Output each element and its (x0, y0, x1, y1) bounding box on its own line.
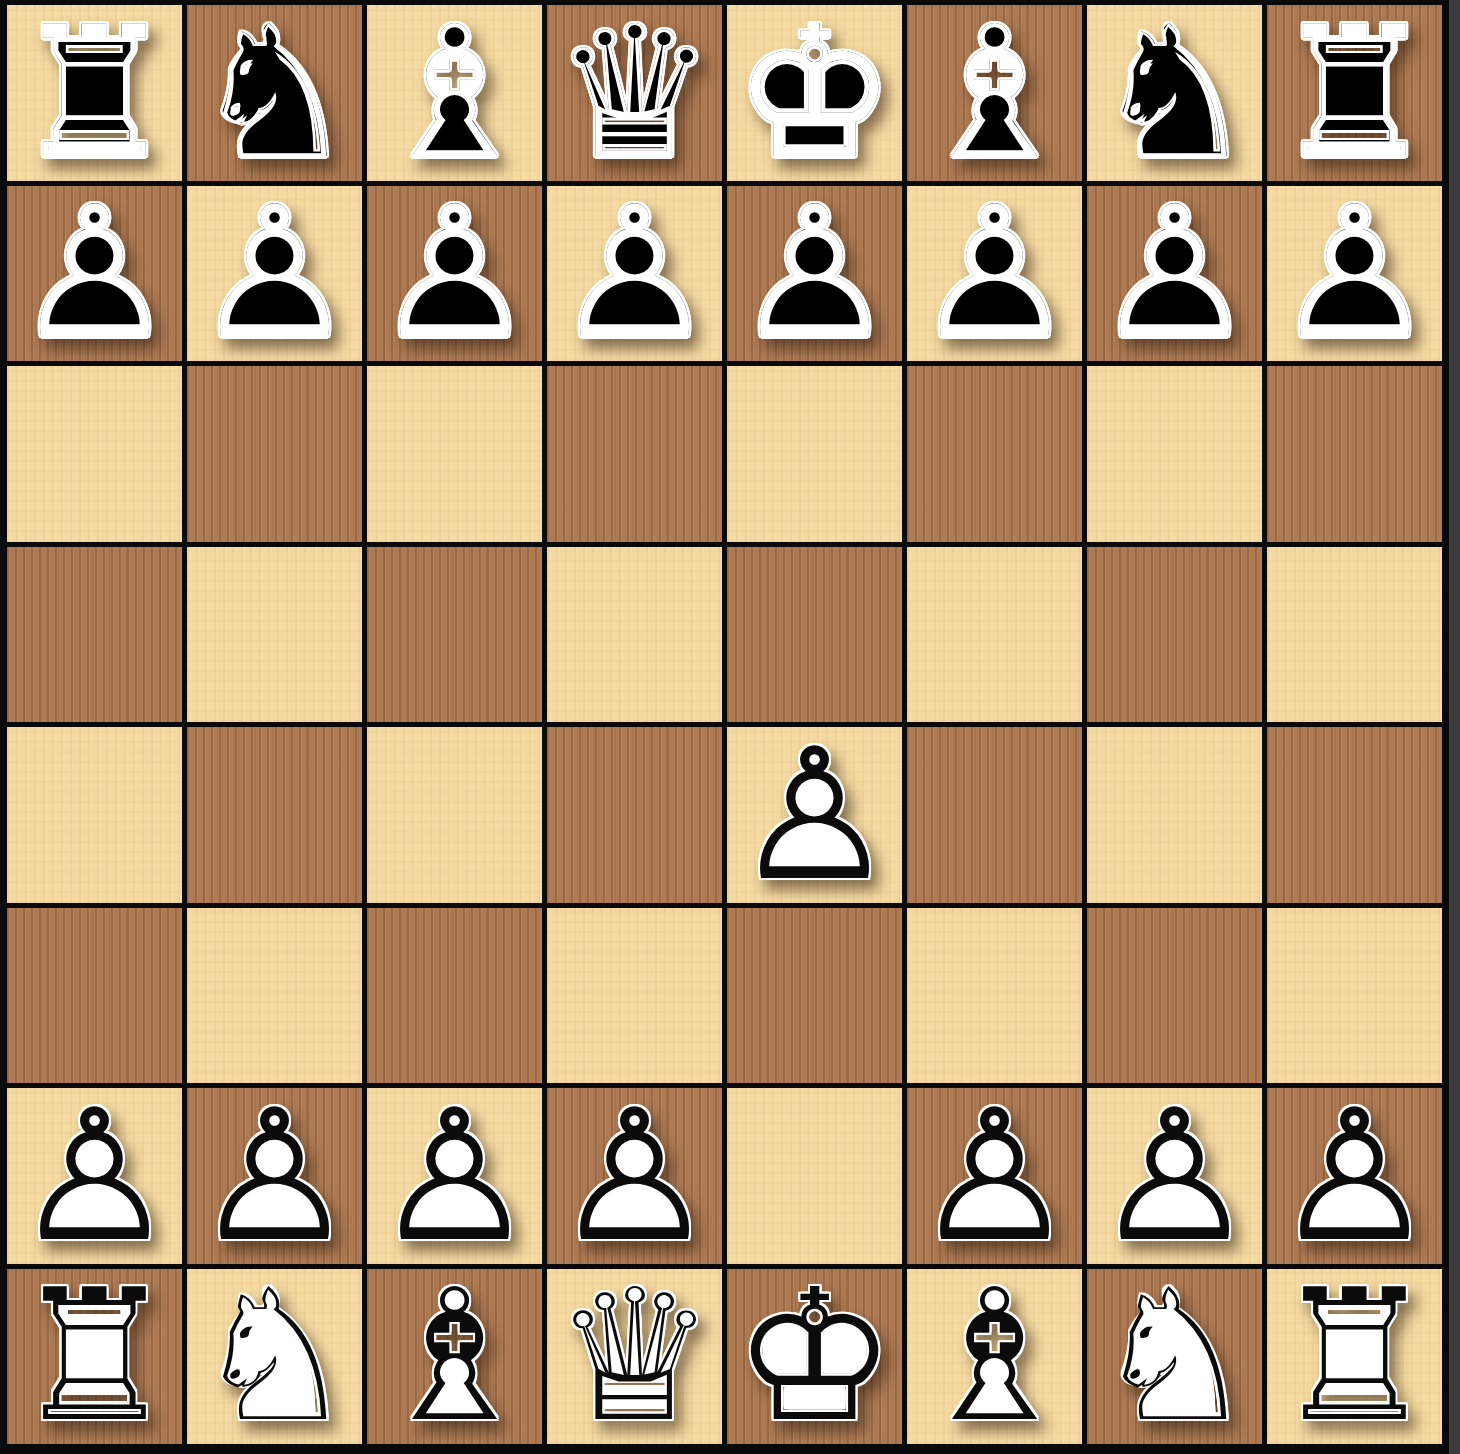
black-pawn[interactable]: ♟♙ (1267, 186, 1442, 362)
piece-outline-glyph: ♙ (547, 186, 722, 362)
black-queen[interactable]: ♛♕ (547, 5, 722, 181)
piece-outline-glyph: ♙ (7, 1088, 182, 1264)
square-f6[interactable] (907, 366, 1082, 542)
black-pawn[interactable]: ♟♙ (907, 186, 1082, 362)
square-d4[interactable] (547, 727, 722, 903)
piece-outline-glyph: ♔ (727, 5, 902, 181)
square-a6[interactable] (7, 366, 182, 542)
black-knight[interactable]: ♞♘ (1087, 5, 1262, 181)
square-c5[interactable] (367, 547, 542, 723)
black-knight[interactable]: ♞♘ (187, 5, 362, 181)
square-c6[interactable] (367, 366, 542, 542)
white-king[interactable]: ♚♔ (727, 1269, 902, 1445)
white-rook[interactable]: ♜♖ (7, 1269, 182, 1445)
square-e2[interactable] (727, 1088, 902, 1264)
square-a7[interactable]: ♟♙ (7, 186, 182, 362)
square-b6[interactable] (187, 366, 362, 542)
piece-outline-glyph: ♙ (187, 1088, 362, 1264)
square-a3[interactable] (7, 908, 182, 1084)
square-d3[interactable] (547, 908, 722, 1084)
piece-outline-glyph: ♘ (1087, 5, 1262, 181)
square-f8[interactable]: ♝♗ (907, 5, 1082, 181)
black-pawn[interactable]: ♟♙ (1087, 186, 1262, 362)
square-c2[interactable]: ♟♙ (367, 1088, 542, 1264)
square-e6[interactable] (727, 366, 902, 542)
piece-outline-glyph: ♙ (727, 727, 902, 903)
white-pawn[interactable]: ♟♙ (187, 1088, 362, 1264)
piece-outline-glyph: ♔ (727, 1269, 902, 1445)
square-f4[interactable] (907, 727, 1082, 903)
piece-outline-glyph: ♙ (187, 186, 362, 362)
square-e4[interactable]: ♟♙ (727, 727, 902, 903)
page-background: ♜♖♞♘♝♗♛♕♚♔♝♗♞♘♜♖♟♙♟♙♟♙♟♙♟♙♟♙♟♙♟♙♟♙♟♙♟♙♟♙… (0, 0, 1460, 1454)
square-g2[interactable]: ♟♙ (1087, 1088, 1262, 1264)
piece-outline-glyph: ♕ (547, 1269, 722, 1445)
piece-outline-glyph: ♙ (1267, 1088, 1442, 1264)
square-d8[interactable]: ♛♕ (547, 5, 722, 181)
piece-outline-glyph: ♙ (547, 1088, 722, 1264)
piece-outline-glyph: ♙ (907, 186, 1082, 362)
square-e3[interactable] (727, 908, 902, 1084)
square-h6[interactable] (1267, 366, 1442, 542)
square-g3[interactable] (1087, 908, 1262, 1084)
square-c4[interactable] (367, 727, 542, 903)
square-a8[interactable]: ♜♖ (7, 5, 182, 181)
white-knight[interactable]: ♞♘ (1087, 1269, 1262, 1445)
square-d1[interactable]: ♛♕ (547, 1269, 722, 1445)
square-e7[interactable]: ♟♙ (727, 186, 902, 362)
square-c7[interactable]: ♟♙ (367, 186, 542, 362)
white-pawn[interactable]: ♟♙ (727, 727, 902, 903)
square-e5[interactable] (727, 547, 902, 723)
black-bishop[interactable]: ♝♗ (367, 5, 542, 181)
piece-outline-glyph: ♙ (367, 1088, 542, 1264)
piece-outline-glyph: ♗ (907, 1269, 1082, 1445)
square-h3[interactable] (1267, 908, 1442, 1084)
square-g4[interactable] (1087, 727, 1262, 903)
black-pawn[interactable]: ♟♙ (7, 186, 182, 362)
piece-outline-glyph: ♙ (1087, 1088, 1262, 1264)
square-d2[interactable]: ♟♙ (547, 1088, 722, 1264)
white-pawn[interactable]: ♟♙ (1087, 1088, 1262, 1264)
white-bishop[interactable]: ♝♗ (367, 1269, 542, 1445)
piece-outline-glyph: ♙ (727, 186, 902, 362)
piece-outline-glyph: ♖ (7, 1269, 182, 1445)
piece-outline-glyph: ♖ (1267, 5, 1442, 181)
square-b3[interactable] (187, 908, 362, 1084)
white-pawn[interactable]: ♟♙ (547, 1088, 722, 1264)
piece-outline-glyph: ♗ (367, 5, 542, 181)
square-b7[interactable]: ♟♙ (187, 186, 362, 362)
square-b4[interactable] (187, 727, 362, 903)
piece-outline-glyph: ♙ (1267, 186, 1442, 362)
piece-outline-glyph: ♘ (187, 5, 362, 181)
square-f3[interactable] (907, 908, 1082, 1084)
square-h1[interactable]: ♜♖ (1267, 1269, 1442, 1445)
piece-outline-glyph: ♙ (1087, 186, 1262, 362)
square-f7[interactable]: ♟♙ (907, 186, 1082, 362)
black-pawn[interactable]: ♟♙ (727, 186, 902, 362)
square-g7[interactable]: ♟♙ (1087, 186, 1262, 362)
white-bishop[interactable]: ♝♗ (907, 1269, 1082, 1445)
right-edge-strip (1449, 0, 1460, 1454)
chess-board: ♜♖♞♘♝♗♛♕♚♔♝♗♞♘♜♖♟♙♟♙♟♙♟♙♟♙♟♙♟♙♟♙♟♙♟♙♟♙♟♙… (0, 0, 1449, 1454)
white-pawn[interactable]: ♟♙ (367, 1088, 542, 1264)
black-rook[interactable]: ♜♖ (7, 5, 182, 181)
square-g6[interactable] (1087, 366, 1262, 542)
square-b8[interactable]: ♞♘ (187, 5, 362, 181)
square-g5[interactable] (1087, 547, 1262, 723)
piece-outline-glyph: ♙ (7, 186, 182, 362)
black-pawn[interactable]: ♟♙ (367, 186, 542, 362)
square-h7[interactable]: ♟♙ (1267, 186, 1442, 362)
square-c3[interactable] (367, 908, 542, 1084)
square-a1[interactable]: ♜♖ (7, 1269, 182, 1445)
piece-outline-glyph: ♙ (367, 186, 542, 362)
square-h2[interactable]: ♟♙ (1267, 1088, 1442, 1264)
square-g1[interactable]: ♞♘ (1087, 1269, 1262, 1445)
white-knight[interactable]: ♞♘ (187, 1269, 362, 1445)
square-e8[interactable]: ♚♔ (727, 5, 902, 181)
square-f5[interactable] (907, 547, 1082, 723)
black-pawn[interactable]: ♟♙ (547, 186, 722, 362)
square-h8[interactable]: ♜♖ (1267, 5, 1442, 181)
black-rook[interactable]: ♜♖ (1267, 5, 1442, 181)
square-f2[interactable]: ♟♙ (907, 1088, 1082, 1264)
square-b1[interactable]: ♞♘ (187, 1269, 362, 1445)
piece-outline-glyph: ♗ (367, 1269, 542, 1445)
piece-outline-glyph: ♖ (7, 5, 182, 181)
square-a5[interactable] (7, 547, 182, 723)
square-b2[interactable]: ♟♙ (187, 1088, 362, 1264)
square-d7[interactable]: ♟♙ (547, 186, 722, 362)
white-pawn[interactable]: ♟♙ (907, 1088, 1082, 1264)
white-pawn[interactable]: ♟♙ (7, 1088, 182, 1264)
white-rook[interactable]: ♜♖ (1267, 1269, 1442, 1445)
piece-outline-glyph: ♙ (907, 1088, 1082, 1264)
square-e1[interactable]: ♚♔ (727, 1269, 902, 1445)
square-c8[interactable]: ♝♗ (367, 5, 542, 181)
square-d5[interactable] (547, 547, 722, 723)
white-queen[interactable]: ♛♕ (547, 1269, 722, 1445)
square-b5[interactable] (187, 547, 362, 723)
square-c1[interactable]: ♝♗ (367, 1269, 542, 1445)
piece-outline-glyph: ♕ (547, 5, 722, 181)
white-pawn[interactable]: ♟♙ (1267, 1088, 1442, 1264)
piece-outline-glyph: ♘ (187, 1269, 362, 1445)
piece-outline-glyph: ♖ (1267, 1269, 1442, 1445)
black-king[interactable]: ♚♔ (727, 5, 902, 181)
square-h5[interactable] (1267, 547, 1442, 723)
black-bishop[interactable]: ♝♗ (907, 5, 1082, 181)
square-d6[interactable] (547, 366, 722, 542)
square-a2[interactable]: ♟♙ (7, 1088, 182, 1264)
square-a4[interactable] (7, 727, 182, 903)
black-pawn[interactable]: ♟♙ (187, 186, 362, 362)
piece-outline-glyph: ♗ (907, 5, 1082, 181)
piece-outline-glyph: ♘ (1087, 1269, 1262, 1445)
square-g8[interactable]: ♞♘ (1087, 5, 1262, 181)
square-h4[interactable] (1267, 727, 1442, 903)
square-f1[interactable]: ♝♗ (907, 1269, 1082, 1445)
